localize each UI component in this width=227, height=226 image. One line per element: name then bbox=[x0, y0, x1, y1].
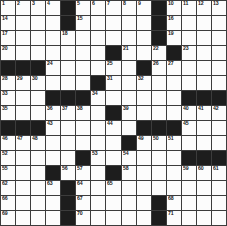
grid-cell[interactable] bbox=[212, 181, 226, 195]
grid-cell[interactable]: 17 bbox=[1, 31, 15, 45]
cell-number: 63 bbox=[47, 181, 52, 186]
cell-number: 66 bbox=[2, 196, 7, 201]
cell-number: 8 bbox=[123, 1, 126, 6]
grid-cell[interactable]: 1 bbox=[1, 1, 15, 15]
black-cell bbox=[106, 106, 120, 120]
cell-number: 38 bbox=[77, 106, 82, 111]
grid-cell[interactable] bbox=[61, 121, 75, 135]
grid-cell[interactable] bbox=[152, 91, 166, 105]
black-cell bbox=[46, 91, 60, 105]
cell-number: 24 bbox=[47, 61, 52, 66]
black-cell bbox=[46, 166, 60, 180]
grid-cell[interactable] bbox=[46, 196, 60, 210]
grid-cell[interactable] bbox=[106, 211, 120, 225]
grid-cell[interactable]: 41 bbox=[197, 106, 211, 120]
black-cell bbox=[61, 181, 75, 195]
grid-cell[interactable]: 13 bbox=[212, 1, 226, 15]
grid-cell[interactable] bbox=[46, 76, 60, 90]
cell-number: 53 bbox=[92, 151, 97, 156]
grid-cell[interactable]: 21 bbox=[122, 46, 136, 60]
grid-cell[interactable] bbox=[152, 181, 166, 195]
grid-cell[interactable]: 38 bbox=[76, 106, 90, 120]
grid-cell[interactable] bbox=[212, 121, 226, 135]
black-cell bbox=[197, 151, 211, 165]
grid-cell[interactable] bbox=[61, 136, 75, 150]
cell-number: 52 bbox=[2, 151, 7, 156]
grid-cell[interactable]: 44 bbox=[106, 121, 120, 135]
grid-cell[interactable] bbox=[212, 136, 226, 150]
grid-cell[interactable]: 9 bbox=[137, 1, 151, 15]
grid-cell[interactable]: 49 bbox=[137, 136, 151, 150]
grid-cell[interactable] bbox=[91, 196, 105, 210]
cell-number: 5 bbox=[77, 1, 80, 6]
black-cell bbox=[61, 1, 75, 15]
grid-cell[interactable] bbox=[106, 91, 120, 105]
cell-number: 19 bbox=[168, 31, 173, 36]
grid-cell[interactable]: 39 bbox=[122, 106, 136, 120]
cell-number: 65 bbox=[107, 181, 112, 186]
cell-number: 68 bbox=[168, 196, 173, 201]
grid-cell[interactable] bbox=[76, 121, 90, 135]
cell-number: 36 bbox=[47, 106, 52, 111]
grid-cell[interactable]: 61 bbox=[212, 166, 226, 180]
black-cell bbox=[16, 61, 30, 75]
grid-cell[interactable]: 27 bbox=[167, 61, 181, 75]
grid-cell[interactable]: 30 bbox=[31, 76, 45, 90]
cell-number: 25 bbox=[107, 61, 112, 66]
cell-number: 10 bbox=[168, 1, 173, 6]
grid-cell[interactable] bbox=[197, 121, 211, 135]
cell-number: 27 bbox=[168, 61, 173, 66]
grid-cell[interactable] bbox=[137, 166, 151, 180]
black-cell bbox=[152, 31, 166, 45]
grid-cell[interactable] bbox=[152, 76, 166, 90]
grid-cell[interactable]: 57 bbox=[76, 166, 90, 180]
grid-cell[interactable] bbox=[16, 196, 30, 210]
crossword-page: 1234567891011121314151617181920212223242… bbox=[0, 0, 227, 226]
grid-cell[interactable]: 31 bbox=[106, 76, 120, 90]
grid-cell[interactable] bbox=[197, 61, 211, 75]
grid-cell[interactable]: 8 bbox=[122, 1, 136, 15]
grid-cell[interactable] bbox=[122, 16, 136, 30]
grid-cell[interactable] bbox=[16, 16, 30, 30]
cell-number: 15 bbox=[77, 16, 82, 21]
grid-cell[interactable]: 11 bbox=[182, 1, 196, 15]
grid-cell[interactable] bbox=[16, 91, 30, 105]
grid-cell[interactable]: 63 bbox=[46, 181, 60, 195]
grid-cell[interactable] bbox=[167, 151, 181, 165]
cell-number: 67 bbox=[77, 196, 82, 201]
grid-cell[interactable]: 18 bbox=[61, 31, 75, 45]
black-cell bbox=[1, 121, 15, 135]
grid-cell[interactable] bbox=[182, 136, 196, 150]
grid-cell[interactable] bbox=[212, 76, 226, 90]
grid-cell[interactable]: 6 bbox=[91, 1, 105, 15]
grid-cell[interactable]: 24 bbox=[46, 61, 60, 75]
grid-cell[interactable] bbox=[106, 16, 120, 30]
cell-number: 58 bbox=[123, 166, 128, 171]
black-cell bbox=[197, 91, 211, 105]
grid-cell[interactable] bbox=[16, 151, 30, 165]
grid-cell[interactable]: 34 bbox=[91, 91, 105, 105]
grid-cell[interactable] bbox=[137, 211, 151, 225]
grid-cell[interactable] bbox=[106, 196, 120, 210]
grid-cell[interactable]: 70 bbox=[76, 211, 90, 225]
cell-number: 35 bbox=[2, 106, 7, 111]
grid-cell[interactable] bbox=[182, 16, 196, 30]
cell-number: 1 bbox=[2, 1, 5, 6]
cell-number: 16 bbox=[168, 16, 173, 21]
grid-cell[interactable] bbox=[137, 106, 151, 120]
grid-cell[interactable] bbox=[197, 211, 211, 225]
grid-cell[interactable] bbox=[16, 181, 30, 195]
grid-cell[interactable] bbox=[91, 46, 105, 60]
cell-number: 45 bbox=[183, 121, 188, 126]
cell-number: 56 bbox=[62, 166, 67, 171]
grid-cell[interactable]: 48 bbox=[31, 136, 45, 150]
grid-cell[interactable]: 23 bbox=[182, 46, 196, 60]
grid-cell[interactable] bbox=[31, 196, 45, 210]
grid-cell[interactable] bbox=[61, 76, 75, 90]
grid-cell[interactable] bbox=[91, 106, 105, 120]
grid-cell[interactable]: 68 bbox=[167, 196, 181, 210]
grid-cell[interactable]: 26 bbox=[152, 61, 166, 75]
grid-cell[interactable] bbox=[16, 211, 30, 225]
grid-cell[interactable] bbox=[137, 46, 151, 60]
grid-cell[interactable] bbox=[152, 106, 166, 120]
cell-number: 32 bbox=[138, 76, 143, 81]
black-cell bbox=[152, 16, 166, 30]
cell-number: 9 bbox=[138, 1, 141, 6]
grid-cell[interactable] bbox=[152, 151, 166, 165]
grid-cell[interactable]: 66 bbox=[1, 196, 15, 210]
cell-number: 57 bbox=[77, 166, 82, 171]
black-cell bbox=[106, 166, 120, 180]
grid-cell[interactable]: 20 bbox=[1, 46, 15, 60]
cell-number: 50 bbox=[153, 136, 158, 141]
cell-number: 29 bbox=[17, 76, 22, 81]
cell-number: 20 bbox=[2, 46, 7, 51]
cell-number: 3 bbox=[32, 1, 35, 6]
grid-cell[interactable] bbox=[91, 166, 105, 180]
black-cell bbox=[212, 91, 226, 105]
grid-cell[interactable] bbox=[91, 31, 105, 45]
grid-cell[interactable]: 64 bbox=[76, 181, 90, 195]
grid-cell[interactable] bbox=[31, 31, 45, 45]
grid-cell[interactable]: 33 bbox=[1, 91, 15, 105]
grid-cell[interactable]: 50 bbox=[152, 136, 166, 150]
grid-cell[interactable] bbox=[137, 31, 151, 45]
grid-cell[interactable]: 53 bbox=[91, 151, 105, 165]
grid-cell[interactable]: 10 bbox=[167, 1, 181, 15]
grid-cell[interactable]: 51 bbox=[167, 136, 181, 150]
black-cell bbox=[137, 61, 151, 75]
grid-cell[interactable]: 52 bbox=[1, 151, 15, 165]
grid-cell[interactable] bbox=[167, 76, 181, 90]
cell-number: 49 bbox=[138, 136, 143, 141]
grid-cell[interactable] bbox=[137, 16, 151, 30]
cell-number: 39 bbox=[123, 106, 128, 111]
grid-cell[interactable] bbox=[91, 211, 105, 225]
grid-cell[interactable]: 37 bbox=[61, 106, 75, 120]
grid-cell[interactable] bbox=[76, 46, 90, 60]
grid-cell[interactable] bbox=[167, 106, 181, 120]
black-cell bbox=[122, 136, 136, 150]
cell-number: 14 bbox=[2, 16, 7, 21]
black-cell bbox=[61, 16, 75, 30]
black-cell bbox=[182, 91, 196, 105]
grid-cell[interactable] bbox=[182, 76, 196, 90]
black-cell bbox=[1, 61, 15, 75]
grid-cell[interactable]: 71 bbox=[167, 211, 181, 225]
black-cell bbox=[61, 211, 75, 225]
grid-cell[interactable] bbox=[152, 166, 166, 180]
grid-cell[interactable] bbox=[122, 196, 136, 210]
black-cell bbox=[31, 61, 45, 75]
grid-cell[interactable] bbox=[182, 211, 196, 225]
cell-number: 4 bbox=[47, 1, 50, 6]
grid-cell[interactable]: 32 bbox=[137, 76, 151, 90]
cell-number: 31 bbox=[107, 76, 112, 81]
grid-cell[interactable]: 47 bbox=[16, 136, 30, 150]
cell-number: 64 bbox=[77, 181, 82, 186]
grid-cell[interactable] bbox=[46, 46, 60, 60]
grid-cell[interactable] bbox=[106, 136, 120, 150]
cell-number: 28 bbox=[2, 76, 7, 81]
cell-number: 69 bbox=[2, 211, 7, 216]
black-cell bbox=[167, 46, 181, 60]
grid-cell[interactable] bbox=[122, 181, 136, 195]
cell-number: 2 bbox=[17, 1, 20, 6]
cell-number: 62 bbox=[2, 181, 7, 186]
cell-number: 51 bbox=[168, 136, 173, 141]
cell-number: 6 bbox=[92, 1, 95, 6]
black-cell bbox=[31, 121, 45, 135]
grid-cell[interactable] bbox=[91, 121, 105, 135]
grid-cell[interactable] bbox=[182, 31, 196, 45]
black-cell bbox=[76, 151, 90, 165]
grid-cell[interactable] bbox=[212, 211, 226, 225]
grid-cell[interactable]: 46 bbox=[1, 136, 15, 150]
grid-cell[interactable]: 59 bbox=[182, 166, 196, 180]
grid-cell[interactable]: 7 bbox=[106, 1, 120, 15]
cell-number: 55 bbox=[2, 166, 7, 171]
cell-number: 18 bbox=[62, 31, 67, 36]
grid-cell[interactable] bbox=[91, 61, 105, 75]
cell-number: 33 bbox=[2, 91, 7, 96]
grid-cell[interactable] bbox=[122, 121, 136, 135]
grid-cell[interactable]: 42 bbox=[212, 106, 226, 120]
black-cell bbox=[152, 1, 166, 15]
grid-cell[interactable] bbox=[167, 166, 181, 180]
grid-cell[interactable] bbox=[46, 151, 60, 165]
grid-cell[interactable] bbox=[122, 61, 136, 75]
grid-cell[interactable] bbox=[61, 61, 75, 75]
grid-cell[interactable] bbox=[212, 61, 226, 75]
cell-number: 43 bbox=[47, 121, 52, 126]
grid-cell[interactable]: 65 bbox=[106, 181, 120, 195]
cell-number: 30 bbox=[32, 76, 37, 81]
grid-cell[interactable] bbox=[167, 91, 181, 105]
grid-cell[interactable] bbox=[46, 31, 60, 45]
cell-number: 70 bbox=[77, 211, 82, 216]
grid-cell[interactable]: 40 bbox=[182, 106, 196, 120]
black-cell bbox=[137, 121, 151, 135]
grid-cell[interactable] bbox=[197, 16, 211, 30]
grid-cell[interactable]: 58 bbox=[122, 166, 136, 180]
grid-cell[interactable] bbox=[197, 31, 211, 45]
grid-cell[interactable] bbox=[182, 181, 196, 195]
cell-number: 13 bbox=[213, 1, 218, 6]
grid-cell[interactable] bbox=[76, 76, 90, 90]
grid-cell[interactable] bbox=[182, 61, 196, 75]
grid-cell[interactable] bbox=[197, 136, 211, 150]
grid-cell[interactable] bbox=[137, 196, 151, 210]
black-cell bbox=[212, 151, 226, 165]
grid-cell[interactable]: 60 bbox=[197, 166, 211, 180]
black-cell bbox=[152, 211, 166, 225]
black-cell bbox=[61, 196, 75, 210]
grid-cell[interactable] bbox=[31, 211, 45, 225]
grid-cell[interactable]: 29 bbox=[16, 76, 30, 90]
grid-cell[interactable] bbox=[16, 46, 30, 60]
cell-number: 40 bbox=[183, 106, 188, 111]
black-cell bbox=[91, 76, 105, 90]
grid-cell[interactable] bbox=[197, 196, 211, 210]
grid-cell[interactable]: 55 bbox=[1, 166, 15, 180]
grid-cell[interactable]: 14 bbox=[1, 16, 15, 30]
grid-cell[interactable] bbox=[122, 211, 136, 225]
grid-cell[interactable] bbox=[91, 181, 105, 195]
grid-cell[interactable] bbox=[31, 151, 45, 165]
grid-cell[interactable] bbox=[46, 136, 60, 150]
black-cell bbox=[167, 121, 181, 135]
grid-cell[interactable]: 12 bbox=[197, 1, 211, 15]
cell-number: 7 bbox=[107, 1, 110, 6]
grid-cell[interactable] bbox=[106, 31, 120, 45]
black-cell bbox=[106, 46, 120, 60]
crossword-grid: 1234567891011121314151617181920212223242… bbox=[0, 0, 227, 226]
cell-number: 12 bbox=[198, 1, 203, 6]
grid-cell[interactable] bbox=[61, 151, 75, 165]
grid-cell[interactable] bbox=[122, 91, 136, 105]
grid-cell[interactable] bbox=[16, 106, 30, 120]
cell-number: 21 bbox=[123, 46, 128, 51]
grid-cell[interactable] bbox=[197, 181, 211, 195]
grid-cell[interactable]: 16 bbox=[167, 16, 181, 30]
cell-number: 17 bbox=[2, 31, 7, 36]
cell-number: 44 bbox=[107, 121, 112, 126]
cell-number: 41 bbox=[198, 106, 203, 111]
grid-cell[interactable] bbox=[46, 16, 60, 30]
grid-cell[interactable] bbox=[91, 16, 105, 30]
grid-cell[interactable] bbox=[31, 16, 45, 30]
cell-number: 71 bbox=[168, 211, 173, 216]
grid-cell[interactable]: 28 bbox=[1, 76, 15, 90]
grid-cell[interactable]: 67 bbox=[76, 196, 90, 210]
black-cell bbox=[152, 121, 166, 135]
grid-cell[interactable] bbox=[31, 46, 45, 60]
grid-cell[interactable]: 35 bbox=[1, 106, 15, 120]
cell-number: 60 bbox=[198, 166, 203, 171]
black-cell bbox=[152, 196, 166, 210]
cell-number: 34 bbox=[92, 91, 97, 96]
grid-cell[interactable] bbox=[76, 61, 90, 75]
grid-cell[interactable]: 5 bbox=[76, 1, 90, 15]
grid-cell[interactable]: 4 bbox=[46, 1, 60, 15]
grid-cell[interactable]: 2 bbox=[16, 1, 30, 15]
cell-number: 42 bbox=[213, 106, 218, 111]
cell-number: 26 bbox=[153, 61, 158, 66]
cell-number: 46 bbox=[2, 136, 7, 141]
cell-number: 22 bbox=[153, 46, 158, 51]
black-cell bbox=[182, 151, 196, 165]
grid-cell[interactable]: 25 bbox=[106, 61, 120, 75]
grid-cell[interactable] bbox=[182, 196, 196, 210]
grid-cell[interactable] bbox=[197, 76, 211, 90]
grid-cell[interactable]: 62 bbox=[1, 181, 15, 195]
grid-cell[interactable]: 3 bbox=[31, 1, 45, 15]
grid-cell[interactable] bbox=[137, 151, 151, 165]
grid-cell[interactable] bbox=[212, 16, 226, 30]
grid-cell[interactable]: 15 bbox=[76, 16, 90, 30]
grid-cell[interactable] bbox=[16, 31, 30, 45]
cell-number: 37 bbox=[62, 106, 67, 111]
cell-number: 47 bbox=[17, 136, 22, 141]
grid-cell[interactable] bbox=[16, 166, 30, 180]
black-cell bbox=[76, 91, 90, 105]
grid-cell[interactable] bbox=[76, 31, 90, 45]
grid-cell[interactable]: 22 bbox=[152, 46, 166, 60]
grid-cell[interactable] bbox=[61, 46, 75, 60]
grid-cell[interactable] bbox=[106, 151, 120, 165]
grid-cell[interactable] bbox=[76, 136, 90, 150]
cell-number: 48 bbox=[32, 136, 37, 141]
cell-number: 61 bbox=[213, 166, 218, 171]
grid-cell[interactable] bbox=[212, 196, 226, 210]
grid-cell[interactable] bbox=[137, 91, 151, 105]
grid-cell[interactable]: 19 bbox=[167, 31, 181, 45]
cell-number: 23 bbox=[183, 46, 188, 51]
grid-cell[interactable]: 69 bbox=[1, 211, 15, 225]
grid-cell[interactable] bbox=[31, 181, 45, 195]
black-cell bbox=[61, 91, 75, 105]
grid-cell[interactable]: 56 bbox=[61, 166, 75, 180]
grid-cell[interactable]: 54 bbox=[122, 151, 136, 165]
grid-cell[interactable] bbox=[197, 46, 211, 60]
grid-cell[interactable] bbox=[137, 181, 151, 195]
grid-cell[interactable] bbox=[31, 91, 45, 105]
grid-cell[interactable] bbox=[46, 211, 60, 225]
grid-cell[interactable]: 43 bbox=[46, 121, 60, 135]
grid-cell[interactable] bbox=[122, 76, 136, 90]
cell-number: 11 bbox=[183, 1, 188, 6]
grid-cell[interactable] bbox=[31, 106, 45, 120]
black-cell bbox=[16, 121, 30, 135]
grid-cell[interactable] bbox=[91, 136, 105, 150]
grid-cell[interactable]: 45 bbox=[182, 121, 196, 135]
grid-cell[interactable] bbox=[122, 31, 136, 45]
grid-cell[interactable]: 36 bbox=[46, 106, 60, 120]
cell-number: 54 bbox=[123, 151, 128, 156]
grid-cell[interactable] bbox=[167, 181, 181, 195]
grid-cell[interactable] bbox=[212, 31, 226, 45]
cell-number: 59 bbox=[183, 166, 188, 171]
grid-cell[interactable] bbox=[31, 166, 45, 180]
grid-cell[interactable] bbox=[212, 46, 226, 60]
